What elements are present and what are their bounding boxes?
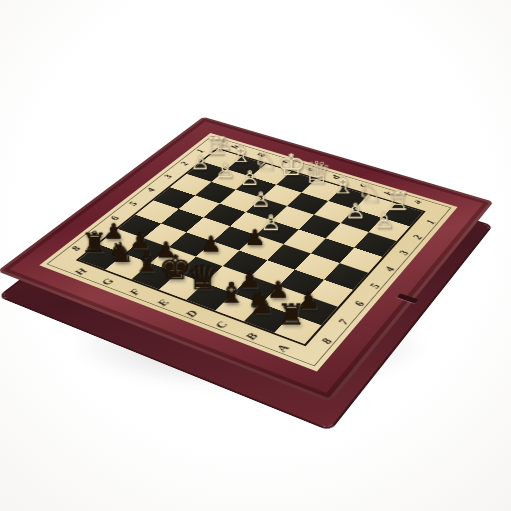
piece-black-bishop-c8[interactable]: ♝ (216, 278, 245, 307)
piece-black-knight-g8[interactable]: ♞ (106, 239, 134, 267)
rank-label-3: 3 (155, 170, 180, 183)
piece-black-rook-h8[interactable]: ♜ (80, 229, 108, 256)
piece-black-queen-d8[interactable]: ♛ (185, 261, 219, 295)
piece-white-pawn-f2[interactable]: ♙ (239, 168, 259, 188)
piece-black-pawn-e6[interactable]: ♟ (199, 233, 221, 255)
file-label-f: F (117, 282, 152, 303)
piece-black-knight-b8[interactable]: ♞ (246, 289, 275, 318)
box-latch-notch (396, 293, 418, 303)
product-photo-scene: hgfedcba HGFEDCBA 12345678 12345678 ♖♗♘♔… (0, 0, 511, 511)
piece-white-pawn-g2[interactable]: ♙ (214, 160, 234, 180)
rank-label-5: 5 (120, 197, 145, 211)
square-a3[interactable] (353, 232, 396, 257)
rank-label-4: 4 (138, 183, 163, 196)
piece-white-pawn-e3[interactable]: ♙ (249, 190, 270, 211)
piece-black-rook-a8[interactable]: ♜ (276, 300, 306, 330)
rank-label-2: 2 (402, 230, 432, 245)
piece-black-pawn-d5[interactable]: ♟ (244, 227, 266, 249)
piece-white-pawn-a2[interactable]: ♙ (372, 209, 393, 230)
file-label-e: E (145, 292, 180, 313)
chess-grid: ♖♗♘♔♕♗♘♖♙♙♙♙♙♙♙♟♟♟♟♟♟♟♟♜♞♝♚♛♝♞♜ (75, 148, 425, 346)
piece-black-bishop-f8[interactable]: ♝ (133, 248, 161, 276)
piece-white-pawn-b2[interactable]: ♙ (345, 201, 366, 222)
rank-label-1: 1 (415, 215, 444, 229)
